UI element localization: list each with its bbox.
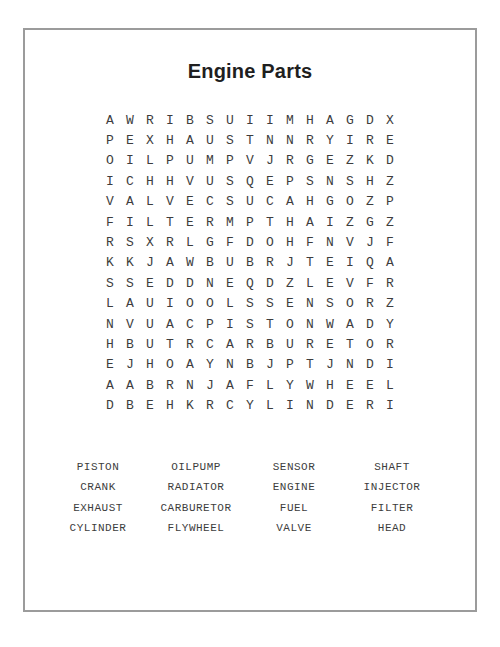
grid-cell[interactable]: T	[260, 314, 280, 334]
grid-cell[interactable]: J	[360, 232, 380, 252]
grid-cell[interactable]: I	[220, 314, 240, 334]
grid-cell[interactable]: A	[180, 355, 200, 375]
grid-cell[interactable]: E	[100, 355, 120, 375]
grid-cell[interactable]: L	[140, 151, 160, 171]
grid-cell[interactable]: E	[320, 334, 340, 354]
grid-cell[interactable]: I	[160, 110, 180, 130]
grid-cell[interactable]: P	[280, 171, 300, 191]
grid-cell[interactable]: E	[220, 273, 240, 293]
grid-cell[interactable]: K	[360, 151, 380, 171]
grid-cell[interactable]: E	[280, 294, 300, 314]
grid-cell[interactable]: Z	[340, 151, 360, 171]
grid-cell[interactable]: U	[140, 314, 160, 334]
grid-cell[interactable]: E	[140, 395, 160, 415]
grid-cell[interactable]: Q	[240, 273, 260, 293]
grid-cell[interactable]: N	[300, 395, 320, 415]
grid-cell[interactable]: Y	[280, 375, 300, 395]
grid-cell[interactable]: D	[360, 355, 380, 375]
grid-cell[interactable]: I	[120, 212, 140, 232]
grid-cell[interactable]: H	[160, 171, 180, 191]
word-item: FUEL	[245, 497, 343, 517]
grid-cell[interactable]: S	[100, 273, 120, 293]
grid-cell[interactable]: S	[320, 294, 340, 314]
grid-cell[interactable]: C	[220, 395, 240, 415]
grid-cell[interactable]: C	[260, 192, 280, 212]
grid-cell[interactable]: Q	[360, 253, 380, 273]
grid-cell[interactable]: I	[380, 395, 400, 415]
grid-cell[interactable]: I	[320, 212, 340, 232]
word-list: PISTONOILPUMPSENSORSHAFTCRANKRADIATORENG…	[49, 457, 441, 538]
grid-cell[interactable]: I	[120, 151, 140, 171]
grid-cell[interactable]: W	[120, 110, 140, 130]
grid-cell[interactable]: H	[160, 395, 180, 415]
grid-cell[interactable]: N	[300, 294, 320, 314]
grid-cell[interactable]: G	[320, 192, 340, 212]
grid-cell[interactable]: T	[340, 334, 360, 354]
grid-cell[interactable]: V	[160, 192, 180, 212]
grid-cell[interactable]: P	[240, 212, 260, 232]
grid-cell[interactable]: S	[120, 273, 140, 293]
grid-cell[interactable]: A	[380, 253, 400, 273]
grid-cell[interactable]: H	[360, 171, 380, 191]
grid-cell[interactable]: L	[140, 192, 160, 212]
grid-cell[interactable]: Z	[360, 192, 380, 212]
grid-cell[interactable]: G	[340, 110, 360, 130]
grid-cell[interactable]: L	[380, 375, 400, 395]
grid-cell[interactable]: U	[240, 192, 260, 212]
grid-cell[interactable]: N	[280, 130, 300, 150]
grid-cell[interactable]: I	[380, 355, 400, 375]
grid-cell[interactable]: O	[280, 314, 300, 334]
grid-cell[interactable]: T	[160, 334, 180, 354]
grid-cell[interactable]: H	[140, 355, 160, 375]
word-item: EXHAUST	[49, 497, 147, 517]
grid-cell[interactable]: R	[300, 130, 320, 150]
grid-cell[interactable]: V	[340, 273, 360, 293]
grid-cell[interactable]: A	[120, 375, 140, 395]
word-item: INJECTOR	[343, 477, 441, 497]
grid-cell[interactable]: B	[140, 375, 160, 395]
grid-cell[interactable]: B	[180, 110, 200, 130]
grid-cell[interactable]: I	[240, 110, 260, 130]
word-item: HEAD	[343, 518, 441, 538]
grid-cell[interactable]: E	[120, 130, 140, 150]
word-item: FILTER	[343, 497, 441, 517]
grid-cell[interactable]: D	[320, 395, 340, 415]
grid-cell[interactable]: P	[280, 355, 300, 375]
grid-cell[interactable]: V	[180, 171, 200, 191]
grid-cell[interactable]: O	[160, 355, 180, 375]
grid-cell[interactable]: A	[280, 192, 300, 212]
grid-cell[interactable]: J	[260, 151, 280, 171]
grid-cell[interactable]: O	[100, 151, 120, 171]
grid-cell[interactable]: O	[180, 294, 200, 314]
grid-cell[interactable]: B	[120, 395, 140, 415]
grid-cell[interactable]: T	[300, 253, 320, 273]
word-item: SHAFT	[343, 457, 441, 477]
grid-cell[interactable]: Z	[340, 212, 360, 232]
grid-cell[interactable]: A	[340, 314, 360, 334]
grid-cell[interactable]: S	[220, 192, 240, 212]
grid-cell[interactable]: D	[260, 273, 280, 293]
grid-cell[interactable]: K	[120, 253, 140, 273]
grid-cell[interactable]: Q	[240, 171, 260, 191]
grid-cell[interactable]: N	[300, 314, 320, 334]
grid-cell[interactable]: J	[200, 375, 220, 395]
grid-cell[interactable]: V	[340, 232, 360, 252]
grid-cell[interactable]: I	[340, 130, 360, 150]
grid-cell[interactable]: O	[360, 334, 380, 354]
grid-cell[interactable]: R	[360, 294, 380, 314]
grid-cell[interactable]: J	[140, 253, 160, 273]
grid-cell[interactable]: W	[180, 253, 200, 273]
grid-cell[interactable]: E	[340, 375, 360, 395]
grid-cell[interactable]: F	[220, 232, 240, 252]
grid-cell[interactable]: A	[220, 334, 240, 354]
grid-cell[interactable]: Y	[380, 314, 400, 334]
grid-cell[interactable]: U	[220, 253, 240, 273]
grid-cell[interactable]: K	[100, 253, 120, 273]
grid-cell[interactable]: E	[380, 130, 400, 150]
grid-cell[interactable]: E	[320, 273, 340, 293]
word-item: OILPUMP	[147, 457, 245, 477]
grid-cell[interactable]: G	[360, 212, 380, 232]
grid-cell[interactable]: D	[240, 232, 260, 252]
grid-cell[interactable]: I	[160, 294, 180, 314]
grid-cell[interactable]: R	[240, 334, 260, 354]
grid-cell[interactable]: U	[220, 110, 240, 130]
grid-cell[interactable]: B	[260, 334, 280, 354]
grid-cell[interactable]: R	[380, 273, 400, 293]
grid-cell[interactable]: F	[100, 212, 120, 232]
grid-cell[interactable]: N	[220, 355, 240, 375]
grid-cell[interactable]: L	[100, 294, 120, 314]
grid-cell[interactable]: G	[200, 232, 220, 252]
grid-cell[interactable]: U	[280, 334, 300, 354]
grid-cell[interactable]: R	[100, 232, 120, 252]
grid-cell[interactable]: C	[120, 171, 140, 191]
grid-cell[interactable]: B	[240, 253, 260, 273]
grid-cell[interactable]: S	[300, 171, 320, 191]
word-item: CYLINDER	[49, 518, 147, 538]
grid-cell[interactable]: B	[240, 355, 260, 375]
grid-cell[interactable]: H	[140, 171, 160, 191]
word-item: CRANK	[49, 477, 147, 497]
grid-cell[interactable]: E	[360, 375, 380, 395]
grid-cell[interactable]: M	[220, 212, 240, 232]
word-item: ENGINE	[245, 477, 343, 497]
grid-cell[interactable]: R	[140, 110, 160, 130]
grid-cell[interactable]: N	[340, 355, 360, 375]
grid-cell[interactable]: W	[320, 314, 340, 334]
grid-cell[interactable]: O	[340, 192, 360, 212]
grid-cell[interactable]: P	[100, 130, 120, 150]
grid-cell[interactable]: X	[380, 110, 400, 130]
word-item: SENSOR	[245, 457, 343, 477]
grid-cell[interactable]: Z	[380, 212, 400, 232]
letter-grid: AWRIBSUIIMHAGDXPEXHAUSTNNRYIREOILPUMPVJR…	[25, 110, 475, 416]
grid-cell[interactable]: E	[140, 273, 160, 293]
grid-cell[interactable]: T	[300, 355, 320, 375]
grid-cell[interactable]: E	[180, 192, 200, 212]
grid-cell[interactable]: I	[280, 395, 300, 415]
grid-cell[interactable]: C	[200, 192, 220, 212]
grid-cell[interactable]: A	[180, 130, 200, 150]
grid-cell[interactable]: N	[200, 273, 220, 293]
grid-cell[interactable]: P	[220, 151, 240, 171]
grid-cell[interactable]: N	[180, 375, 200, 395]
grid-cell[interactable]: F	[360, 273, 380, 293]
grid-cell[interactable]: D	[360, 110, 380, 130]
grid-cell[interactable]: G	[300, 151, 320, 171]
grid-cell[interactable]: U	[200, 130, 220, 150]
word-item: VALVE	[245, 518, 343, 538]
grid-cell[interactable]: P	[200, 314, 220, 334]
grid-cell[interactable]: C	[200, 334, 220, 354]
word-item: PISTON	[49, 457, 147, 477]
grid-cell[interactable]: P	[380, 192, 400, 212]
grid-cell[interactable]: S	[220, 171, 240, 191]
grid-cell[interactable]: O	[260, 232, 280, 252]
grid-cell[interactable]: A	[220, 375, 240, 395]
grid-cell[interactable]: Y	[240, 395, 260, 415]
grid-cell[interactable]: I	[260, 110, 280, 130]
grid-cell[interactable]: E	[320, 151, 340, 171]
grid-cell[interactable]: L	[140, 212, 160, 232]
grid-cell[interactable]: S	[240, 314, 260, 334]
grid-cell[interactable]: M	[200, 151, 220, 171]
grid-cell[interactable]: S	[120, 232, 140, 252]
grid-cell[interactable]: R	[180, 334, 200, 354]
word-item: FLYWHEEL	[147, 518, 245, 538]
grid-cell[interactable]: U	[140, 334, 160, 354]
grid-cell[interactable]: S	[220, 130, 240, 150]
grid-cell[interactable]: S	[340, 171, 360, 191]
grid-cell[interactable]: V	[240, 151, 260, 171]
grid-cell[interactable]: D	[100, 395, 120, 415]
grid-cell[interactable]: N	[260, 130, 280, 150]
grid-cell[interactable]: I	[100, 171, 120, 191]
grid-cell[interactable]: R	[380, 334, 400, 354]
grid-cell[interactable]: D	[360, 314, 380, 334]
worksheet-page: Engine Parts AWRIBSUIIMHAGDXPEXHAUSTNNRY…	[23, 28, 477, 612]
grid-cell[interactable]: N	[100, 314, 120, 334]
grid-cell[interactable]: V	[120, 314, 140, 334]
grid-cell[interactable]: A	[120, 294, 140, 314]
grid-cell[interactable]: K	[180, 395, 200, 415]
grid-cell[interactable]: E	[340, 395, 360, 415]
grid-cell[interactable]: A	[100, 375, 120, 395]
grid-cell[interactable]: X	[140, 130, 160, 150]
grid-cell[interactable]: Z	[380, 294, 400, 314]
grid-cell[interactable]: Y	[320, 130, 340, 150]
grid-cell[interactable]: T	[260, 212, 280, 232]
grid-cell[interactable]: H	[300, 110, 320, 130]
grid-cell[interactable]: J	[120, 355, 140, 375]
grid-cell[interactable]: D	[380, 151, 400, 171]
grid-cell[interactable]: B	[200, 253, 220, 273]
grid-cell[interactable]: B	[120, 334, 140, 354]
grid-cell[interactable]: R	[160, 375, 180, 395]
grid-cell[interactable]: L	[300, 273, 320, 293]
grid-cell[interactable]: H	[280, 212, 300, 232]
grid-cell[interactable]: N	[320, 232, 340, 252]
grid-cell[interactable]: X	[140, 232, 160, 252]
grid-cell[interactable]: R	[360, 395, 380, 415]
grid-cell[interactable]: D	[160, 273, 180, 293]
grid-cell[interactable]: O	[340, 294, 360, 314]
grid-cell[interactable]: W	[300, 375, 320, 395]
grid-cell[interactable]: H	[300, 192, 320, 212]
grid-cell[interactable]: A	[100, 110, 120, 130]
grid-cell[interactable]: F	[240, 375, 260, 395]
grid-cell[interactable]: L	[260, 395, 280, 415]
grid-cell[interactable]: L	[180, 232, 200, 252]
grid-cell[interactable]: J	[320, 355, 340, 375]
grid-cell[interactable]: I	[340, 253, 360, 273]
grid-cell[interactable]: M	[280, 110, 300, 130]
grid-cell[interactable]: R	[160, 232, 180, 252]
grid-cell[interactable]: R	[300, 334, 320, 354]
grid-cell[interactable]: T	[240, 130, 260, 150]
grid-cell[interactable]: E	[180, 212, 200, 232]
grid-cell[interactable]: H	[100, 334, 120, 354]
grid-cell[interactable]: A	[120, 192, 140, 212]
grid-cell[interactable]: F	[300, 232, 320, 252]
grid-cell[interactable]: R	[200, 395, 220, 415]
grid-cell[interactable]: T	[160, 212, 180, 232]
grid-cell[interactable]: A	[320, 110, 340, 130]
grid-cell[interactable]: R	[360, 130, 380, 150]
grid-cell[interactable]: S	[240, 294, 260, 314]
grid-cell[interactable]: U	[200, 171, 220, 191]
word-item: RADIATOR	[147, 477, 245, 497]
grid-cell[interactable]: F	[380, 232, 400, 252]
grid-cell[interactable]: E	[320, 253, 340, 273]
grid-cell[interactable]: Z	[380, 171, 400, 191]
grid-cell[interactable]: S	[200, 110, 220, 130]
grid-cell[interactable]: E	[260, 171, 280, 191]
grid-cell[interactable]: A	[160, 314, 180, 334]
grid-cell[interactable]: H	[320, 375, 340, 395]
grid-cell[interactable]: R	[260, 253, 280, 273]
grid-cell[interactable]: H	[160, 130, 180, 150]
grid-cell[interactable]: J	[260, 355, 280, 375]
grid-cell[interactable]: O	[200, 294, 220, 314]
grid-cell[interactable]: L	[220, 294, 240, 314]
grid-cell[interactable]: C	[180, 314, 200, 334]
grid-cell[interactable]: P	[160, 151, 180, 171]
grid-cell[interactable]: H	[280, 232, 300, 252]
grid-cell[interactable]: J	[280, 253, 300, 273]
grid-cell[interactable]: D	[180, 273, 200, 293]
grid-cell[interactable]: L	[260, 375, 280, 395]
grid-cell[interactable]: N	[320, 171, 340, 191]
grid-cell[interactable]: U	[180, 151, 200, 171]
grid-cell[interactable]: S	[260, 294, 280, 314]
grid-cell[interactable]: U	[140, 294, 160, 314]
grid-cell[interactable]: V	[100, 192, 120, 212]
puzzle-title: Engine Parts	[25, 60, 475, 83]
grid-cell[interactable]: Z	[280, 273, 300, 293]
grid-cell[interactable]: R	[200, 212, 220, 232]
grid-cell[interactable]: A	[160, 253, 180, 273]
grid-cell[interactable]: A	[300, 212, 320, 232]
grid-cell[interactable]: Y	[200, 355, 220, 375]
word-item: CARBURETOR	[147, 497, 245, 517]
grid-cell[interactable]: R	[280, 151, 300, 171]
